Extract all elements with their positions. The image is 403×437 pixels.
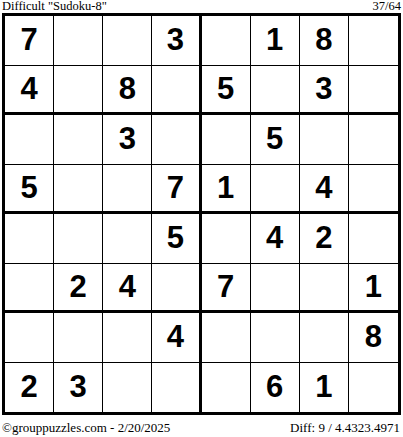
cell-r4c8-empty[interactable] (349, 165, 398, 215)
cell-r6c5-given: 7 (202, 264, 251, 314)
cell-r8c3-empty[interactable] (103, 363, 152, 413)
sudoku-board: 731848533557145422471482361 (2, 13, 401, 415)
cell-r1c1-given: 7 (5, 16, 54, 66)
cell-r3c4-empty[interactable] (152, 115, 201, 165)
cell-r7c4-given: 4 (152, 313, 201, 363)
cell-r6c7-empty[interactable] (300, 264, 349, 314)
difficulty-text: Diff: 9 / 4.4323.4971 (290, 421, 400, 435)
cell-r7c6-empty[interactable] (251, 313, 300, 363)
cell-r1c5-empty[interactable] (202, 16, 251, 66)
cell-r3c3-given: 3 (103, 115, 152, 165)
cell-r8c4-empty[interactable] (152, 363, 201, 413)
cell-r8c7-given: 1 (300, 363, 349, 413)
cell-r8c5-empty[interactable] (202, 363, 251, 413)
cell-r1c6-given: 1 (251, 16, 300, 66)
cell-r4c6-empty[interactable] (251, 165, 300, 215)
cell-r5c6-given: 4 (251, 214, 300, 264)
cell-r1c7-given: 8 (300, 16, 349, 66)
cell-r7c2-empty[interactable] (54, 313, 103, 363)
cell-r7c3-empty[interactable] (103, 313, 152, 363)
cell-r4c7-given: 4 (300, 165, 349, 215)
puzzle-title: Difficult "Sudoku-8" (2, 0, 107, 12)
page-footer: ©grouppuzzles.com - 2/20/2025 Diff: 9 / … (0, 421, 403, 435)
cell-r4c3-empty[interactable] (103, 165, 152, 215)
cell-r2c6-empty[interactable] (251, 66, 300, 116)
cell-r4c4-given: 7 (152, 165, 201, 215)
cell-r2c3-given: 8 (103, 66, 152, 116)
cell-r1c4-given: 3 (152, 16, 201, 66)
cell-r1c3-empty[interactable] (103, 16, 152, 66)
cell-r5c3-empty[interactable] (103, 214, 152, 264)
cell-r8c6-given: 6 (251, 363, 300, 413)
cell-r6c8-given: 1 (349, 264, 398, 314)
cell-r3c5-empty[interactable] (202, 115, 251, 165)
cell-r3c8-empty[interactable] (349, 115, 398, 165)
cell-r3c2-empty[interactable] (54, 115, 103, 165)
cell-r7c1-empty[interactable] (5, 313, 54, 363)
cell-r8c8-empty[interactable] (349, 363, 398, 413)
cell-r7c8-given: 8 (349, 313, 398, 363)
cell-r4c2-empty[interactable] (54, 165, 103, 215)
cell-r2c8-empty[interactable] (349, 66, 398, 116)
cell-r5c7-given: 2 (300, 214, 349, 264)
copyright-text: ©grouppuzzles.com - 2/20/2025 (2, 421, 170, 435)
cell-r2c1-given: 4 (5, 66, 54, 116)
cell-r2c7-given: 3 (300, 66, 349, 116)
cell-r5c4-given: 5 (152, 214, 201, 264)
cell-r3c1-empty[interactable] (5, 115, 54, 165)
page-header: Difficult "Sudoku-8" 37/64 (0, 0, 403, 12)
cell-r7c7-empty[interactable] (300, 313, 349, 363)
cell-r5c5-empty[interactable] (202, 214, 251, 264)
cell-r8c2-given: 3 (54, 363, 103, 413)
cell-r5c1-empty[interactable] (5, 214, 54, 264)
cell-r7c5-empty[interactable] (202, 313, 251, 363)
cell-r2c5-given: 5 (202, 66, 251, 116)
cell-r3c7-empty[interactable] (300, 115, 349, 165)
cell-r2c4-empty[interactable] (152, 66, 201, 116)
cell-r2c2-empty[interactable] (54, 66, 103, 116)
cell-r8c1-given: 2 (5, 363, 54, 413)
cell-r3c6-given: 5 (251, 115, 300, 165)
cell-r6c6-empty[interactable] (251, 264, 300, 314)
cell-r1c8-empty[interactable] (349, 16, 398, 66)
cell-r6c4-empty[interactable] (152, 264, 201, 314)
cell-r6c3-given: 4 (103, 264, 152, 314)
cell-r6c2-given: 2 (54, 264, 103, 314)
cell-r6c1-empty[interactable] (5, 264, 54, 314)
cell-r4c5-given: 1 (202, 165, 251, 215)
cell-r5c2-empty[interactable] (54, 214, 103, 264)
cell-r1c2-empty[interactable] (54, 16, 103, 66)
cell-r5c8-empty[interactable] (349, 214, 398, 264)
empty-cell-counter: 37/64 (373, 0, 401, 12)
cell-r4c1-given: 5 (5, 165, 54, 215)
